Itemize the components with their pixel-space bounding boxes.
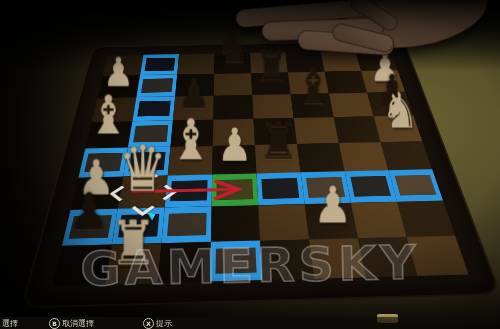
- gamepad-b-icon: B: [49, 318, 60, 329]
- black-bishop-f6[interactable]: ♝: [293, 61, 332, 112]
- black-rook-e4[interactable]: ♜: [258, 115, 298, 167]
- white-pawn-d4[interactable]: ♟: [217, 122, 252, 168]
- chess-board: ♞♛♜♟♟♟♝♟♝♞♝♟♜♟♛♟♟♜: [66, 0, 444, 329]
- square-h4[interactable]: [381, 141, 432, 170]
- white-rook-b1[interactable]: ♜: [109, 213, 156, 274]
- square-c1[interactable]: [158, 242, 211, 283]
- select-label: 選擇: [2, 318, 18, 329]
- square-f4[interactable]: [297, 143, 345, 173]
- white-bishop-c4[interactable]: ♝: [169, 112, 212, 168]
- square-d3[interactable]: [212, 174, 259, 207]
- white-knight-h5[interactable]: ♞: [381, 86, 419, 135]
- square-b8[interactable]: [140, 54, 179, 75]
- square-d6[interactable]: [213, 95, 253, 120]
- square-g3[interactable]: [345, 171, 397, 204]
- board-plane: ♞♛♜♟♟♟♝♟♝♞♝♟♜♟♛♟♟♜: [20, 41, 500, 309]
- black-pawn-a2[interactable]: ♟: [69, 186, 108, 237]
- cancel-select-button[interactable]: B 取消選擇: [49, 318, 94, 329]
- square-h3[interactable]: [389, 170, 444, 202]
- square-d1[interactable]: [210, 241, 262, 282]
- white-pawn-f2[interactable]: ♟: [313, 180, 352, 231]
- black-rook-e7[interactable]: ♜: [254, 44, 289, 89]
- square-h1[interactable]: [407, 236, 469, 276]
- square-f1[interactable]: [309, 238, 366, 279]
- square-e1[interactable]: [260, 240, 314, 281]
- square-h2[interactable]: [397, 201, 455, 237]
- board-surface: ♞♛♜♟♟♟♝♟♝♞♝♟♜♟♛♟♟♜: [52, 50, 468, 286]
- cancel-select-label: 取消選擇: [62, 318, 94, 329]
- square-a1[interactable]: [52, 245, 111, 286]
- square-e3[interactable]: [257, 173, 305, 206]
- controls-bar: 選擇 B 取消選擇 X 提示: [0, 317, 500, 329]
- hint-button[interactable]: X 提示: [143, 318, 172, 329]
- square-f5[interactable]: [294, 117, 339, 144]
- square-g1[interactable]: [358, 237, 417, 277]
- black-knight-d8[interactable]: ♞: [216, 25, 249, 68]
- hint-label: 提示: [156, 318, 172, 329]
- square-c2[interactable]: [161, 207, 211, 244]
- white-queen-b3[interactable]: ♛: [118, 137, 167, 201]
- game-screenshot: ♞♛♜♟♟♟♝♟♝♞♝♟♜♟♛♟♟♜ GAMERSKY 選擇 B 取消選擇 X: [0, 0, 500, 329]
- gamepad-x-icon: X: [143, 318, 154, 329]
- square-d7[interactable]: [214, 73, 253, 96]
- square-g5[interactable]: [334, 116, 381, 143]
- square-b7[interactable]: [136, 75, 177, 98]
- square-g6[interactable]: [329, 93, 374, 117]
- square-e2[interactable]: [258, 204, 309, 241]
- square-d2[interactable]: [211, 206, 260, 243]
- square-c3[interactable]: [165, 175, 212, 208]
